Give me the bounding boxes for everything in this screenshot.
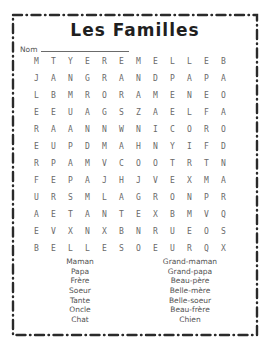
grid-cell: A xyxy=(62,155,79,172)
grid-cell: E xyxy=(113,53,130,70)
grid-cell: E xyxy=(130,206,147,223)
grid-cell: H xyxy=(130,138,147,155)
grid-cell: L xyxy=(96,189,113,206)
grid-cell: I xyxy=(181,138,198,155)
grid-cell: R xyxy=(113,87,130,104)
grid-cell: U xyxy=(45,138,62,155)
grid-cell: M xyxy=(130,53,147,70)
grid-cell: T xyxy=(164,155,181,172)
grid-cell: E xyxy=(28,223,45,240)
grid-cell: J xyxy=(96,172,113,189)
grid-cell: C xyxy=(113,155,130,172)
grid-cell: X xyxy=(147,206,164,223)
grid-cell: R xyxy=(181,240,198,257)
grid-cell: M xyxy=(181,206,198,223)
grid-cell: A xyxy=(79,104,96,121)
word-list-item: Soeur xyxy=(25,286,135,296)
grid-cell: N xyxy=(96,206,113,223)
grid-cell: A xyxy=(130,87,147,104)
grid-cell: D xyxy=(79,138,96,155)
grid-cell: E xyxy=(198,53,215,70)
grid-cell: R xyxy=(96,70,113,87)
word-list-item: Beau-père xyxy=(135,276,245,286)
grid-cell: F xyxy=(28,172,45,189)
grid-cell: P xyxy=(45,155,62,172)
grid-cell: A xyxy=(28,206,45,223)
grid-cell: X xyxy=(96,223,113,240)
grid-cell: V xyxy=(147,172,164,189)
grid-cell: O xyxy=(96,87,113,104)
grid-cell: M xyxy=(62,87,79,104)
grid-cell: P xyxy=(198,70,215,87)
grid-cell: N xyxy=(79,223,96,240)
grid-cell: T xyxy=(62,206,79,223)
grid-cell: V xyxy=(45,223,62,240)
word-list-right-column: Grand-mamanGrand-papaBeau-pèreBelle-mère… xyxy=(135,257,245,325)
grid-cell: A xyxy=(62,121,79,138)
grid-cell: O xyxy=(164,189,181,206)
grid-cell: A xyxy=(113,138,130,155)
grid-cell: R xyxy=(96,53,113,70)
grid-cell: U xyxy=(28,189,45,206)
grid-cell: A xyxy=(113,70,130,87)
grid-cell: S xyxy=(62,189,79,206)
grid-cell: U xyxy=(164,223,181,240)
grid-cell: N xyxy=(181,189,198,206)
word-list-item: Belle-soeur xyxy=(135,296,245,306)
grid-cell: L xyxy=(181,104,198,121)
grid-cell: A xyxy=(79,172,96,189)
grid-cell: G xyxy=(96,104,113,121)
grid-cell: R xyxy=(28,121,45,138)
grid-cell: M xyxy=(96,138,113,155)
grid-cell: A xyxy=(45,121,62,138)
grid-cell: L xyxy=(28,87,45,104)
grid-cell: E xyxy=(45,172,62,189)
grid-cell: T xyxy=(113,206,130,223)
word-list-item: Grand-maman xyxy=(135,257,245,267)
grid-cell: O xyxy=(198,223,215,240)
grid-cell: P xyxy=(62,172,79,189)
grid-cell: J xyxy=(130,172,147,189)
grid-cell: E xyxy=(45,240,62,257)
grid-cell: V xyxy=(96,155,113,172)
word-list-item: Frère xyxy=(25,276,135,286)
grid-cell: M xyxy=(79,189,96,206)
grid-cell: B xyxy=(215,53,232,70)
word-list-item: Maman xyxy=(25,257,135,267)
grid-cell: W xyxy=(113,121,130,138)
grid-cell: F xyxy=(198,138,215,155)
word-list-item: Grand-papa xyxy=(135,267,245,277)
grid-cell: Y xyxy=(164,138,181,155)
grid-cell: E xyxy=(45,206,62,223)
grid-cell: R xyxy=(181,155,198,172)
grid-cell: M xyxy=(28,53,45,70)
grid-cell: N xyxy=(215,155,232,172)
grid-cell: D xyxy=(215,138,232,155)
grid-cell: N xyxy=(62,70,79,87)
grid-cell: S xyxy=(113,104,130,121)
grid-cell: A xyxy=(45,70,62,87)
grid-cell: N xyxy=(130,70,147,87)
word-list-item: Beau-frère xyxy=(135,305,245,315)
grid-cell: L xyxy=(62,240,79,257)
grid-cell: F xyxy=(198,104,215,121)
word-list-item: Oncle xyxy=(25,305,135,315)
grid-cell: R xyxy=(147,223,164,240)
word-list-item: Chat xyxy=(25,315,135,325)
grid-cell: E xyxy=(164,87,181,104)
grid-cell: L xyxy=(164,53,181,70)
grid-cell: Q xyxy=(198,240,215,257)
grid-cell: A xyxy=(147,104,164,121)
grid-cell: E xyxy=(28,104,45,121)
grid-cell: R xyxy=(28,155,45,172)
grid-cell: B xyxy=(28,240,45,257)
grid-cell: N xyxy=(181,87,198,104)
grid-cell: D xyxy=(147,70,164,87)
grid-cell: Q xyxy=(215,206,232,223)
grid-cell: V xyxy=(198,206,215,223)
grid-cell: E xyxy=(164,172,181,189)
grid-cell: R xyxy=(45,189,62,206)
grid-cell: S xyxy=(113,240,130,257)
word-list-item: Chien xyxy=(135,315,245,325)
page-title: Les Familles xyxy=(0,20,270,40)
grid-cell: P xyxy=(62,138,79,155)
grid-cell: O xyxy=(147,155,164,172)
grid-cell: N xyxy=(79,121,96,138)
grid-cell: X xyxy=(215,240,232,257)
grid-cell: M xyxy=(147,87,164,104)
grid-cell: J xyxy=(28,70,45,87)
grid-cell: O xyxy=(130,240,147,257)
grid-cell: P xyxy=(198,189,215,206)
grid-cell: L xyxy=(181,53,198,70)
grid-cell: T xyxy=(45,53,62,70)
grid-cell: G xyxy=(79,70,96,87)
grid-cell: Y xyxy=(62,53,79,70)
grid-cell: A xyxy=(113,189,130,206)
grid-cell: E xyxy=(79,53,96,70)
grid-cell: A xyxy=(215,70,232,87)
word-search-grid: MTYEREMELLEBJANGRANDPAPALBMRORAMENEOEEUA… xyxy=(28,53,232,257)
grid-cell: R xyxy=(79,87,96,104)
grid-cell: N xyxy=(147,138,164,155)
grid-cell: O xyxy=(130,155,147,172)
grid-cell: M xyxy=(198,172,215,189)
word-list-item: Tante xyxy=(25,296,135,306)
grid-cell: E xyxy=(96,240,113,257)
word-list-item: Papa xyxy=(25,267,135,277)
grid-cell: S xyxy=(215,223,232,240)
grid-cell: U xyxy=(164,240,181,257)
grid-cell: E xyxy=(164,104,181,121)
grid-cell: E xyxy=(147,53,164,70)
grid-cell: B xyxy=(45,87,62,104)
grid-cell: R xyxy=(215,189,232,206)
grid-cell: B xyxy=(164,206,181,223)
grid-cell: P xyxy=(164,70,181,87)
grid-cell: O xyxy=(215,121,232,138)
grid-cell: G xyxy=(130,189,147,206)
grid-cell: X xyxy=(181,172,198,189)
grid-cell: A xyxy=(215,104,232,121)
grid-cell: C xyxy=(164,121,181,138)
grid-cell: U xyxy=(62,104,79,121)
grid-cell: E xyxy=(198,87,215,104)
grid-cell: N xyxy=(130,121,147,138)
grid-cell: N xyxy=(130,223,147,240)
word-list-left-column: MamanPapaFrèreSoeurTanteOncleChat xyxy=(25,257,135,325)
grid-cell: X xyxy=(62,223,79,240)
word-list: MamanPapaFrèreSoeurTanteOncleChat Grand-… xyxy=(25,257,245,325)
grid-cell: E xyxy=(45,104,62,121)
grid-cell: E xyxy=(147,240,164,257)
grid-cell: R xyxy=(147,189,164,206)
grid-cell: A xyxy=(215,172,232,189)
grid-cell: I xyxy=(147,121,164,138)
grid-cell: L xyxy=(79,240,96,257)
grid-cell: R xyxy=(198,121,215,138)
grid-cell: E xyxy=(181,223,198,240)
grid-cell: A xyxy=(181,70,198,87)
word-list-item: Belle-mère xyxy=(135,286,245,296)
grid-cell: E xyxy=(28,138,45,155)
grid-cell: O xyxy=(181,121,198,138)
grid-cell: B xyxy=(113,223,130,240)
grid-cell: O xyxy=(215,87,232,104)
grid-cell: T xyxy=(198,155,215,172)
grid-cell: H xyxy=(113,172,130,189)
grid-cell: A xyxy=(79,206,96,223)
grid-cell: Z xyxy=(130,104,147,121)
grid-cell: N xyxy=(96,121,113,138)
grid-cell: M xyxy=(79,155,96,172)
name-blank-line xyxy=(41,44,129,52)
